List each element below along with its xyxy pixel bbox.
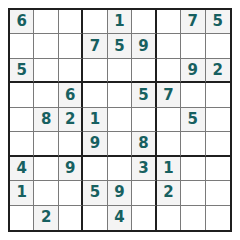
cell-r9c3[interactable] [59, 206, 83, 230]
cell-r5c8[interactable]: 5 [181, 108, 205, 132]
cell-r7c4[interactable] [83, 157, 107, 181]
cell-r4c9[interactable] [206, 83, 230, 107]
cell-r1c4[interactable] [83, 10, 107, 34]
cell-r1c8[interactable]: 7 [181, 10, 205, 34]
cell-r7c7[interactable]: 1 [157, 157, 181, 181]
cell-r8c5[interactable]: 9 [108, 181, 132, 205]
cell-r5c4[interactable]: 1 [83, 108, 107, 132]
cell-r2c6[interactable]: 9 [132, 34, 156, 58]
cell-r2c5[interactable]: 5 [108, 34, 132, 58]
cell-r8c4[interactable]: 5 [83, 181, 107, 205]
cell-r2c8[interactable] [181, 34, 205, 58]
cell-r4c7[interactable]: 7 [157, 83, 181, 107]
cell-r5c3[interactable]: 2 [59, 108, 83, 132]
cell-r1c3[interactable] [59, 10, 83, 34]
cell-r3c1[interactable]: 5 [10, 59, 34, 83]
cell-r9c2[interactable]: 2 [34, 206, 58, 230]
cell-r6c5[interactable] [108, 132, 132, 156]
cell-r7c1[interactable]: 4 [10, 157, 34, 181]
sudoku-board: 61757595926578215984931159224 [8, 8, 232, 232]
cell-r3c7[interactable] [157, 59, 181, 83]
cell-r6c2[interactable] [34, 132, 58, 156]
cell-r9c1[interactable] [10, 206, 34, 230]
cell-r4c1[interactable] [10, 83, 34, 107]
cell-r2c9[interactable] [206, 34, 230, 58]
cell-r5c5[interactable] [108, 108, 132, 132]
cell-r6c9[interactable] [206, 132, 230, 156]
cell-r3c6[interactable] [132, 59, 156, 83]
cell-r5c7[interactable] [157, 108, 181, 132]
cell-r7c5[interactable] [108, 157, 132, 181]
cell-r5c1[interactable] [10, 108, 34, 132]
cell-r1c2[interactable] [34, 10, 58, 34]
cell-r3c2[interactable] [34, 59, 58, 83]
cell-r4c6[interactable]: 5 [132, 83, 156, 107]
cell-r1c5[interactable]: 1 [108, 10, 132, 34]
cell-r5c9[interactable] [206, 108, 230, 132]
cell-r9c4[interactable] [83, 206, 107, 230]
cell-r9c6[interactable] [132, 206, 156, 230]
cell-r1c9[interactable]: 5 [206, 10, 230, 34]
cell-r7c2[interactable] [34, 157, 58, 181]
cell-r8c7[interactable]: 2 [157, 181, 181, 205]
cell-r2c7[interactable] [157, 34, 181, 58]
cell-r8c2[interactable] [34, 181, 58, 205]
cell-r8c1[interactable]: 1 [10, 181, 34, 205]
cell-r6c6[interactable]: 8 [132, 132, 156, 156]
cell-r5c6[interactable] [132, 108, 156, 132]
cell-r6c3[interactable] [59, 132, 83, 156]
cell-r6c4[interactable]: 9 [83, 132, 107, 156]
cell-r7c8[interactable] [181, 157, 205, 181]
cell-r9c9[interactable] [206, 206, 230, 230]
cell-r2c4[interactable]: 7 [83, 34, 107, 58]
cell-r3c8[interactable]: 9 [181, 59, 205, 83]
cell-r9c7[interactable] [157, 206, 181, 230]
cell-r4c3[interactable]: 6 [59, 83, 83, 107]
cell-r7c6[interactable]: 3 [132, 157, 156, 181]
cell-r3c9[interactable]: 2 [206, 59, 230, 83]
cell-r9c8[interactable] [181, 206, 205, 230]
cell-r2c3[interactable] [59, 34, 83, 58]
cell-r3c5[interactable] [108, 59, 132, 83]
cell-r9c5[interactable]: 4 [108, 206, 132, 230]
cell-r5c2[interactable]: 8 [34, 108, 58, 132]
cell-r7c9[interactable] [206, 157, 230, 181]
cell-r2c2[interactable] [34, 34, 58, 58]
cell-r1c6[interactable] [132, 10, 156, 34]
cell-r3c3[interactable] [59, 59, 83, 83]
cell-r6c8[interactable] [181, 132, 205, 156]
cell-r6c1[interactable] [10, 132, 34, 156]
cell-r1c7[interactable] [157, 10, 181, 34]
cell-r8c3[interactable] [59, 181, 83, 205]
cell-r7c3[interactable]: 9 [59, 157, 83, 181]
cell-r4c4[interactable] [83, 83, 107, 107]
cell-r4c8[interactable] [181, 83, 205, 107]
cell-r8c9[interactable] [206, 181, 230, 205]
cell-r2c1[interactable] [10, 34, 34, 58]
cell-r4c5[interactable] [108, 83, 132, 107]
cell-r8c6[interactable] [132, 181, 156, 205]
cell-r4c2[interactable] [34, 83, 58, 107]
cell-r6c7[interactable] [157, 132, 181, 156]
cell-r3c4[interactable] [83, 59, 107, 83]
cell-r8c8[interactable] [181, 181, 205, 205]
cell-r1c1[interactable]: 6 [10, 10, 34, 34]
